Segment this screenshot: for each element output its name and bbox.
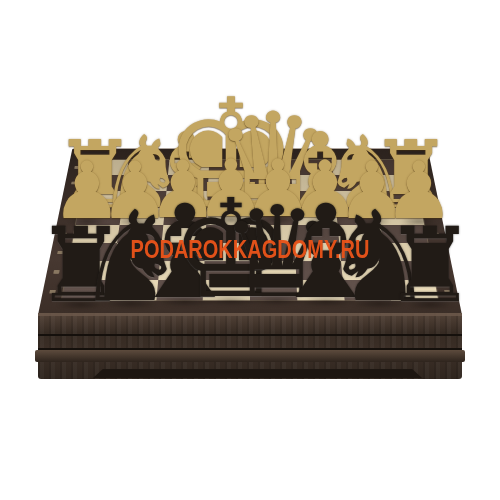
box-handle-recess bbox=[93, 369, 422, 378]
box-lip bbox=[35, 350, 465, 362]
black-rook: ♜ bbox=[384, 214, 476, 317]
box-seam bbox=[38, 334, 462, 336]
chess-set-product-photo: ♜♞♝♚♛♝♞♜♟♟♟♟♟♟♟♟♜♞♝♚♛♝♞♜ PODAROKKAGDOMY.… bbox=[0, 0, 500, 500]
watermark-text: PODAROKKAGDOMY.RU bbox=[131, 235, 370, 264]
